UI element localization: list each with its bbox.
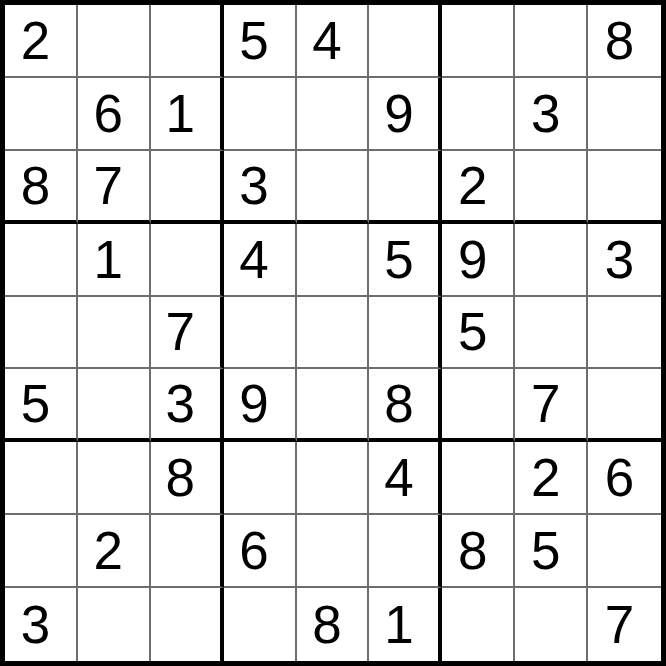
cell-r4c3[interactable] [151,224,224,297]
cell-r2c8[interactable]: 3 [515,78,588,151]
given-digit: 2 [531,451,560,504]
cell-r1c5[interactable]: 4 [297,5,370,78]
given-digit: 7 [94,159,123,212]
given-digit: 8 [21,159,50,212]
cell-r1c6[interactable] [369,5,442,78]
given-digit: 3 [239,159,268,212]
cell-r5c3[interactable]: 7 [151,297,224,370]
cell-r9c5[interactable]: 8 [297,588,370,661]
cell-r5c4[interactable] [224,297,297,370]
cell-r5c1[interactable] [5,297,78,370]
given-digit: 5 [531,524,560,577]
given-digit: 2 [94,524,123,577]
cell-r2c9[interactable] [588,78,661,151]
cell-r3c9[interactable] [588,151,661,224]
cell-r8c1[interactable] [5,515,78,588]
cell-r4c4[interactable]: 4 [224,224,297,297]
given-digit: 9 [384,87,413,140]
cell-r6c6[interactable]: 8 [369,369,442,442]
cell-r7c4[interactable] [224,442,297,515]
cell-r4c7[interactable]: 9 [442,224,515,297]
cell-r1c9[interactable]: 8 [588,5,661,78]
cell-r7c8[interactable]: 2 [515,442,588,515]
given-digit: 8 [605,14,634,67]
cell-r3c3[interactable] [151,151,224,224]
cell-r2c3[interactable]: 1 [151,78,224,151]
cell-r1c4[interactable]: 5 [224,5,297,78]
cell-r2c2[interactable]: 6 [78,78,151,151]
cell-r6c2[interactable] [78,369,151,442]
cell-r5c7[interactable]: 5 [442,297,515,370]
cell-r7c5[interactable] [297,442,370,515]
cell-r3c6[interactable] [369,151,442,224]
cell-r8c6[interactable] [369,515,442,588]
sudoku-board: 254861938732145937553987842626853817 [0,0,666,666]
cell-r1c8[interactable] [515,5,588,78]
cell-r5c6[interactable] [369,297,442,370]
given-digit: 5 [21,377,50,430]
cell-r4c1[interactable] [5,224,78,297]
given-digit: 5 [239,14,268,67]
cell-r3c7[interactable]: 2 [442,151,515,224]
cell-r1c7[interactable] [442,5,515,78]
given-digit: 4 [312,14,341,67]
given-digit: 9 [458,233,487,286]
cell-r8c4[interactable]: 6 [224,515,297,588]
cell-r3c1[interactable]: 8 [5,151,78,224]
cell-r8c5[interactable] [297,515,370,588]
cell-r7c7[interactable] [442,442,515,515]
cell-r2c4[interactable] [224,78,297,151]
cell-r2c7[interactable] [442,78,515,151]
given-digit: 3 [21,598,50,651]
given-digit: 4 [239,233,268,286]
cell-r6c3[interactable]: 3 [151,369,224,442]
cell-r4c6[interactable]: 5 [369,224,442,297]
cell-r3c4[interactable]: 3 [224,151,297,224]
cell-r8c3[interactable] [151,515,224,588]
cell-r9c4[interactable] [224,588,297,661]
cell-r5c2[interactable] [78,297,151,370]
cell-r8c7[interactable]: 8 [442,515,515,588]
given-digit: 3 [605,233,634,286]
cell-r9c7[interactable] [442,588,515,661]
cell-r9c6[interactable]: 1 [369,588,442,661]
cell-r7c9[interactable]: 6 [588,442,661,515]
given-digit: 2 [21,14,50,67]
given-digit: 6 [605,451,634,504]
cell-r4c8[interactable] [515,224,588,297]
given-digit: 7 [165,305,194,358]
cell-r3c8[interactable] [515,151,588,224]
given-digit: 1 [94,233,123,286]
cell-r9c9[interactable]: 7 [588,588,661,661]
given-digit: 8 [312,598,341,651]
cell-r6c9[interactable] [588,369,661,442]
given-digit: 8 [458,524,487,577]
cell-r7c6[interactable]: 4 [369,442,442,515]
given-digit: 4 [384,451,413,504]
cell-r1c2[interactable] [78,5,151,78]
given-digit: 6 [94,87,123,140]
given-digit: 6 [239,524,268,577]
cell-r7c2[interactable] [78,442,151,515]
cell-r4c9[interactable]: 3 [588,224,661,297]
cell-r3c5[interactable] [297,151,370,224]
cell-r4c5[interactable] [297,224,370,297]
given-digit: 5 [384,233,413,286]
given-digit: 3 [165,377,194,430]
given-digit: 7 [605,598,634,651]
given-digit: 8 [384,377,413,430]
cell-r7c3[interactable]: 8 [151,442,224,515]
cell-r5c8[interactable] [515,297,588,370]
cell-r6c5[interactable] [297,369,370,442]
given-digit: 1 [165,87,194,140]
given-digit: 2 [458,159,487,212]
given-digit: 5 [458,305,487,358]
cell-r9c8[interactable] [515,588,588,661]
given-digit: 7 [531,377,560,430]
cell-r1c3[interactable] [151,5,224,78]
given-digit: 3 [531,87,560,140]
cell-r8c8[interactable]: 5 [515,515,588,588]
cell-r9c3[interactable] [151,588,224,661]
cell-r9c2[interactable] [78,588,151,661]
cell-r4c2[interactable]: 1 [78,224,151,297]
given-digit: 9 [239,377,268,430]
cell-r5c9[interactable] [588,297,661,370]
cell-r3c2[interactable]: 7 [78,151,151,224]
cell-r2c6[interactable]: 9 [369,78,442,151]
cell-r6c4[interactable]: 9 [224,369,297,442]
cell-r6c7[interactable] [442,369,515,442]
cell-r7c1[interactable] [5,442,78,515]
cell-r2c5[interactable] [297,78,370,151]
cell-r5c5[interactable] [297,297,370,370]
cell-r8c2[interactable]: 2 [78,515,151,588]
cell-r9c1[interactable]: 3 [5,588,78,661]
cell-r6c1[interactable]: 5 [5,369,78,442]
given-digit: 1 [384,598,413,651]
given-digit: 8 [165,451,194,504]
cell-r2c1[interactable] [5,78,78,151]
cell-r6c8[interactable]: 7 [515,369,588,442]
cell-r8c9[interactable] [588,515,661,588]
cell-r1c1[interactable]: 2 [5,5,78,78]
